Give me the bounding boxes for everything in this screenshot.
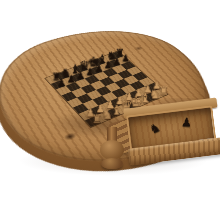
turned-wood-leg [99,127,125,170]
drawer-stored-piece-1[interactable]: ♞ [148,121,162,136]
drawer-stored-piece-2[interactable]: ♟ [181,116,192,129]
leg-bulb [100,140,124,160]
piece-black-p-h7[interactable]: ♟ [121,54,130,64]
piece-black-p-g7[interactable]: ♟ [112,57,121,67]
leg-foot [101,158,123,169]
storage-drawer-open[interactable]: ♞♟ [123,98,220,171]
piece-black-p-e7[interactable]: ♟ [94,64,103,74]
chess-set-photo: ♜♞♝♛♚♝♞♜♟♟♟♟♟♟♟♟♟♟♟♟♟♟♟♟♜♞♝♛♚♝♞♜ ♞♟ [0,0,220,220]
piece-black-p-c7[interactable]: ♟ [76,71,85,81]
piece-black-p-f7[interactable]: ♟ [104,61,113,71]
piece-black-p-b7[interactable]: ♟ [67,75,76,85]
piece-black-p-a7[interactable]: ♟ [57,78,66,88]
piece-black-p-d7[interactable]: ♟ [85,67,94,77]
